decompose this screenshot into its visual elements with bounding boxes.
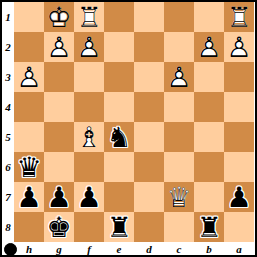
chess-board-diagram: 1♚♔♜♖♜♖2♟♙♟♙♟♙♟♙3♟♙♟♙45♝♗♞6♛7♟♟♟♛♕♟8♚♜♜h…: [0, 0, 257, 257]
white-rook: ♜♖: [74, 2, 104, 32]
square-f3[interactable]: [74, 62, 104, 92]
black-queen: ♛: [14, 152, 44, 182]
square-a8[interactable]: [224, 212, 254, 242]
black-to-move-indicator-icon: [4, 243, 17, 256]
square-d4[interactable]: [134, 92, 164, 122]
square-a7[interactable]: ♟: [224, 182, 254, 212]
square-e1[interactable]: [104, 2, 134, 32]
white-bishop: ♝♗: [74, 122, 104, 152]
square-b1[interactable]: [194, 2, 224, 32]
square-h4[interactable]: [14, 92, 44, 122]
square-e7[interactable]: [104, 182, 134, 212]
square-f2[interactable]: ♟♙: [74, 32, 104, 62]
square-f4[interactable]: [74, 92, 104, 122]
white-king: ♚♔: [44, 2, 74, 32]
square-b8[interactable]: ♜: [194, 212, 224, 242]
square-g3[interactable]: [44, 62, 74, 92]
square-c7[interactable]: ♛♕: [164, 182, 194, 212]
black-pawn: ♟: [14, 182, 44, 212]
square-g8[interactable]: ♚: [44, 212, 74, 242]
square-c2[interactable]: [164, 32, 194, 62]
square-a3[interactable]: [224, 62, 254, 92]
square-d6[interactable]: [134, 152, 164, 182]
rank-label-7: 7: [2, 182, 14, 212]
black-knight: ♞: [104, 122, 134, 152]
black-pawn: ♟: [74, 182, 104, 212]
black-rook: ♜: [194, 212, 224, 242]
white-pawn: ♟♙: [44, 32, 74, 62]
square-c8[interactable]: [164, 212, 194, 242]
square-d2[interactable]: [134, 32, 164, 62]
white-pawn: ♟♙: [194, 32, 224, 62]
rank-label-3: 3: [2, 62, 14, 92]
rank-label-2: 2: [2, 32, 14, 62]
white-queen: ♛♕: [164, 182, 194, 212]
rank-label-8: 8: [2, 212, 14, 242]
square-g5[interactable]: [44, 122, 74, 152]
rank-label-4: 4: [2, 92, 14, 122]
square-b2[interactable]: ♟♙: [194, 32, 224, 62]
square-a4[interactable]: [224, 92, 254, 122]
square-d3[interactable]: [134, 62, 164, 92]
square-c3[interactable]: ♟♙: [164, 62, 194, 92]
square-h5[interactable]: [14, 122, 44, 152]
square-f1[interactable]: ♜♖: [74, 2, 104, 32]
white-pawn: ♟♙: [224, 32, 254, 62]
file-label-d: d: [134, 242, 164, 255]
square-d5[interactable]: [134, 122, 164, 152]
file-label-a: a: [224, 242, 254, 255]
rank-label-6: 6: [2, 152, 14, 182]
square-a2[interactable]: ♟♙: [224, 32, 254, 62]
square-e8[interactable]: ♜: [104, 212, 134, 242]
square-h8[interactable]: [14, 212, 44, 242]
square-g6[interactable]: [44, 152, 74, 182]
square-d8[interactable]: [134, 212, 164, 242]
square-c5[interactable]: [164, 122, 194, 152]
square-f6[interactable]: [74, 152, 104, 182]
square-e5[interactable]: ♞: [104, 122, 134, 152]
square-b3[interactable]: [194, 62, 224, 92]
square-a6[interactable]: [224, 152, 254, 182]
rank-label-1: 1: [2, 2, 14, 32]
square-f5[interactable]: ♝♗: [74, 122, 104, 152]
square-c1[interactable]: [164, 2, 194, 32]
black-pawn: ♟: [44, 182, 74, 212]
file-label-c: c: [164, 242, 194, 255]
square-e2[interactable]: [104, 32, 134, 62]
square-b4[interactable]: [194, 92, 224, 122]
square-h7[interactable]: ♟: [14, 182, 44, 212]
square-h6[interactable]: ♛: [14, 152, 44, 182]
file-label-f: f: [74, 242, 104, 255]
board-grid: 1♚♔♜♖♜♖2♟♙♟♙♟♙♟♙3♟♙♟♙45♝♗♞6♛7♟♟♟♛♕♟8♚♜♜h…: [2, 2, 255, 255]
square-f8[interactable]: [74, 212, 104, 242]
square-c6[interactable]: [164, 152, 194, 182]
square-g2[interactable]: ♟♙: [44, 32, 74, 62]
square-b7[interactable]: [194, 182, 224, 212]
black-king: ♚: [44, 212, 74, 242]
square-h1[interactable]: [14, 2, 44, 32]
square-h2[interactable]: [14, 32, 44, 62]
white-pawn: ♟♙: [14, 62, 44, 92]
square-a1[interactable]: ♜♖: [224, 2, 254, 32]
white-pawn: ♟♙: [74, 32, 104, 62]
square-e6[interactable]: [104, 152, 134, 182]
square-h3[interactable]: ♟♙: [14, 62, 44, 92]
square-d7[interactable]: [134, 182, 164, 212]
black-pawn: ♟: [224, 182, 254, 212]
square-f7[interactable]: ♟: [74, 182, 104, 212]
square-e3[interactable]: [104, 62, 134, 92]
file-label-h: h: [14, 242, 44, 255]
rank-label-5: 5: [2, 122, 14, 152]
square-d1[interactable]: [134, 2, 164, 32]
square-g7[interactable]: ♟: [44, 182, 74, 212]
square-b6[interactable]: [194, 152, 224, 182]
square-g1[interactable]: ♚♔: [44, 2, 74, 32]
white-rook: ♜♖: [224, 2, 254, 32]
square-c4[interactable]: [164, 92, 194, 122]
black-rook: ♜: [104, 212, 134, 242]
square-b5[interactable]: [194, 122, 224, 152]
white-pawn: ♟♙: [164, 62, 194, 92]
square-g4[interactable]: [44, 92, 74, 122]
square-a5[interactable]: [224, 122, 254, 152]
square-e4[interactable]: [104, 92, 134, 122]
